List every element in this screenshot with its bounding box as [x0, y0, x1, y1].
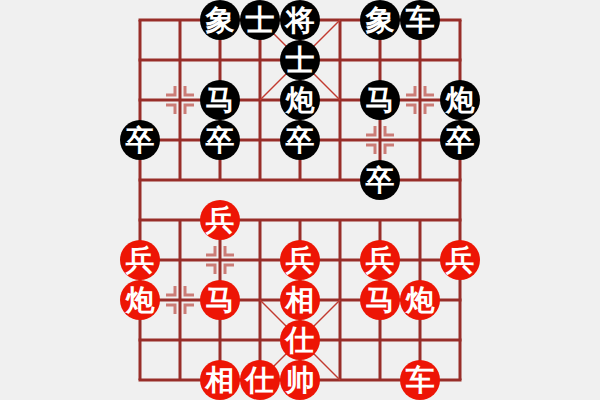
red-horse[interactable]: 马	[200, 280, 240, 320]
red-cannon[interactable]: 炮	[120, 280, 160, 320]
red-soldier[interactable]: 兵	[120, 240, 160, 280]
black-soldier[interactable]: 卒	[120, 120, 160, 160]
red-soldier[interactable]: 兵	[440, 240, 480, 280]
black-soldier[interactable]: 卒	[200, 120, 240, 160]
black-horse[interactable]: 马	[200, 80, 240, 120]
black-soldier[interactable]: 卒	[360, 160, 400, 200]
red-soldier[interactable]: 兵	[280, 240, 320, 280]
red-advisor[interactable]: 仕	[280, 320, 320, 360]
red-elephant[interactable]: 相	[280, 280, 320, 320]
red-soldier[interactable]: 兵	[360, 240, 400, 280]
red-cannon[interactable]: 炮	[400, 280, 440, 320]
black-elephant[interactable]: 象	[200, 0, 240, 40]
red-soldier[interactable]: 兵	[200, 200, 240, 240]
red-advisor[interactable]: 仕	[240, 360, 280, 400]
black-general[interactable]: 将	[280, 0, 320, 40]
black-cannon[interactable]: 炮	[440, 80, 480, 120]
black-chariot[interactable]: 车	[400, 0, 440, 40]
black-soldier[interactable]: 卒	[280, 120, 320, 160]
xiangqi-board: 象士将象车士马炮马炮卒卒卒卒卒兵兵兵兵兵炮马相马炮仕相仕帅车	[0, 0, 600, 400]
red-general[interactable]: 帅	[280, 360, 320, 400]
black-soldier[interactable]: 卒	[440, 120, 480, 160]
black-elephant[interactable]: 象	[360, 0, 400, 40]
red-horse[interactable]: 马	[360, 280, 400, 320]
red-elephant[interactable]: 相	[200, 360, 240, 400]
black-horse[interactable]: 马	[360, 80, 400, 120]
black-advisor[interactable]: 士	[240, 0, 280, 40]
black-advisor[interactable]: 士	[280, 40, 320, 80]
black-cannon[interactable]: 炮	[280, 80, 320, 120]
red-chariot[interactable]: 车	[400, 360, 440, 400]
